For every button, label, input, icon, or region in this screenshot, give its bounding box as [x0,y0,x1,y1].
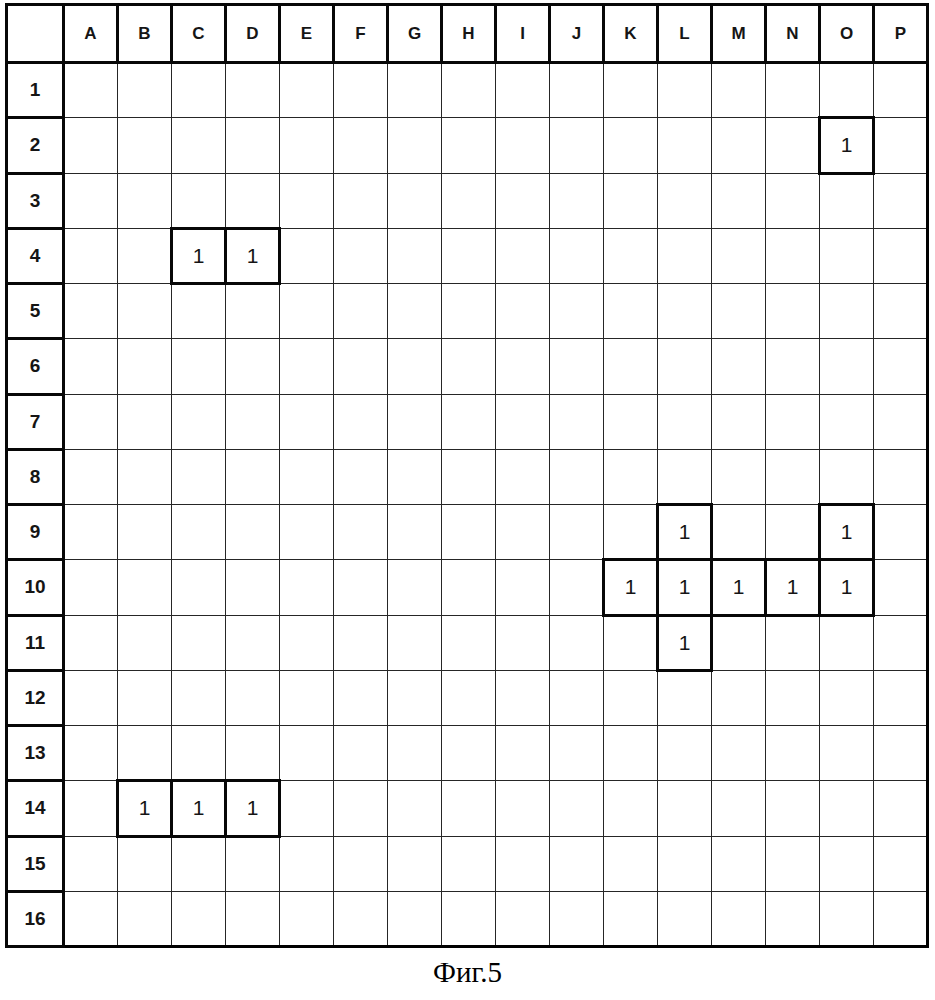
cell-L9: 1 [658,505,712,560]
cell-G10 [388,560,442,615]
col-header-C: C [172,5,226,63]
cell-I13 [496,726,550,781]
cell-D6 [226,339,280,394]
cell-J14 [550,781,604,836]
cell-K4 [604,228,658,283]
cell-A16 [64,891,118,946]
cell-P13 [874,726,928,781]
cell-C14: 1 [172,781,226,836]
cell-L1 [658,63,712,118]
cell-O4 [820,228,874,283]
cell-N12 [766,670,820,725]
cell-I10 [496,560,550,615]
cell-P6 [874,339,928,394]
cell-G7 [388,394,442,449]
cell-M8 [712,449,766,504]
cell-E14 [280,781,334,836]
cell-P16 [874,891,928,946]
col-header-A: A [64,5,118,63]
cell-D4: 1 [226,228,280,283]
cell-G6 [388,339,442,394]
cell-A11 [64,615,118,670]
row-header-3: 3 [7,173,64,228]
cell-H4 [442,228,496,283]
cell-C3 [172,173,226,228]
cell-D7 [226,394,280,449]
cell-N9 [766,505,820,560]
cell-B7 [118,394,172,449]
cell-I8 [496,449,550,504]
cell-M4 [712,228,766,283]
cell-A14 [64,781,118,836]
cell-D15 [226,836,280,891]
cell-C2 [172,118,226,173]
cell-M6 [712,339,766,394]
cell-A12 [64,670,118,725]
cell-H11 [442,615,496,670]
cell-F6 [334,339,388,394]
cell-O5 [820,284,874,339]
cell-F4 [334,228,388,283]
cell-L6 [658,339,712,394]
cell-P2 [874,118,928,173]
cell-C10 [172,560,226,615]
cell-F8 [334,449,388,504]
cell-D5 [226,284,280,339]
cell-H14 [442,781,496,836]
cell-N3 [766,173,820,228]
cell-E3 [280,173,334,228]
cell-K12 [604,670,658,725]
cell-A2 [64,118,118,173]
cell-B5 [118,284,172,339]
cell-B8 [118,449,172,504]
cell-M15 [712,836,766,891]
cell-O16 [820,891,874,946]
cell-J10 [550,560,604,615]
cell-F9 [334,505,388,560]
cell-K11 [604,615,658,670]
cell-M13 [712,726,766,781]
cell-G15 [388,836,442,891]
cell-P10 [874,560,928,615]
cell-G14 [388,781,442,836]
cell-L5 [658,284,712,339]
cell-L10: 1 [658,560,712,615]
cell-M9 [712,505,766,560]
cell-K16 [604,891,658,946]
cell-C16 [172,891,226,946]
cell-C13 [172,726,226,781]
cell-K8 [604,449,658,504]
cell-K7 [604,394,658,449]
cell-O6 [820,339,874,394]
row-header-7: 7 [7,394,64,449]
cell-F3 [334,173,388,228]
cell-N2 [766,118,820,173]
cell-K3 [604,173,658,228]
row-header-6: 6 [7,339,64,394]
cell-L12 [658,670,712,725]
cell-E9 [280,505,334,560]
row-header-1: 1 [7,63,64,118]
cell-J15 [550,836,604,891]
cell-K5 [604,284,658,339]
cell-I15 [496,836,550,891]
cell-E1 [280,63,334,118]
cell-E8 [280,449,334,504]
cell-I6 [496,339,550,394]
cell-N10: 1 [766,560,820,615]
cell-J7 [550,394,604,449]
col-header-N: N [766,5,820,63]
cell-L4 [658,228,712,283]
cell-C12 [172,670,226,725]
cell-F11 [334,615,388,670]
figure-caption: Фиг.5 [0,956,935,989]
cell-J13 [550,726,604,781]
cell-F7 [334,394,388,449]
cell-P9 [874,505,928,560]
cell-L2 [658,118,712,173]
cell-C4: 1 [172,228,226,283]
cell-O10: 1 [820,560,874,615]
cell-F14 [334,781,388,836]
cell-B12 [118,670,172,725]
cell-L7 [658,394,712,449]
cell-K14 [604,781,658,836]
cell-D16 [226,891,280,946]
cell-D3 [226,173,280,228]
cell-I7 [496,394,550,449]
cell-P3 [874,173,928,228]
cell-I9 [496,505,550,560]
cell-A15 [64,836,118,891]
cell-C7 [172,394,226,449]
cell-F16 [334,891,388,946]
cell-O13 [820,726,874,781]
cell-K1 [604,63,658,118]
cell-D13 [226,726,280,781]
col-header-O: O [820,5,874,63]
cell-F13 [334,726,388,781]
cell-L8 [658,449,712,504]
cell-H13 [442,726,496,781]
cell-L14 [658,781,712,836]
cell-N1 [766,63,820,118]
cell-M7 [712,394,766,449]
cell-N7 [766,394,820,449]
cell-E6 [280,339,334,394]
col-header-E: E [280,5,334,63]
cell-A5 [64,284,118,339]
row-header-14: 14 [7,781,64,836]
cell-C8 [172,449,226,504]
cell-J5 [550,284,604,339]
cell-H2 [442,118,496,173]
cell-E12 [280,670,334,725]
cell-M5 [712,284,766,339]
cell-A9 [64,505,118,560]
cell-G2 [388,118,442,173]
col-header-M: M [712,5,766,63]
cell-K9 [604,505,658,560]
cell-D14: 1 [226,781,280,836]
cell-N8 [766,449,820,504]
cell-J12 [550,670,604,725]
cell-B3 [118,173,172,228]
cell-F15 [334,836,388,891]
cell-O2: 1 [820,118,874,173]
cell-H7 [442,394,496,449]
cell-L11: 1 [658,615,712,670]
cell-M10: 1 [712,560,766,615]
cell-E2 [280,118,334,173]
cell-C1 [172,63,226,118]
cell-C5 [172,284,226,339]
cell-H9 [442,505,496,560]
cell-L15 [658,836,712,891]
cell-M16 [712,891,766,946]
cell-I1 [496,63,550,118]
cell-N14 [766,781,820,836]
cell-I2 [496,118,550,173]
cell-I5 [496,284,550,339]
cell-E13 [280,726,334,781]
cell-B1 [118,63,172,118]
cell-O11 [820,615,874,670]
cell-O3 [820,173,874,228]
cell-M2 [712,118,766,173]
col-header-K: K [604,5,658,63]
cell-O8 [820,449,874,504]
col-header-D: D [226,5,280,63]
row-header-10: 10 [7,560,64,615]
cell-B9 [118,505,172,560]
cell-H1 [442,63,496,118]
cell-H15 [442,836,496,891]
row-header-5: 5 [7,284,64,339]
cell-P15 [874,836,928,891]
row-header-2: 2 [7,118,64,173]
cell-K13 [604,726,658,781]
cell-I12 [496,670,550,725]
cell-G11 [388,615,442,670]
cell-B14: 1 [118,781,172,836]
grid-board: ABCDEFGHIJKLMNOP121341156789111011111111… [5,3,929,948]
row-header-9: 9 [7,505,64,560]
cell-C9 [172,505,226,560]
cell-B4 [118,228,172,283]
cell-D12 [226,670,280,725]
cell-J9 [550,505,604,560]
cell-B2 [118,118,172,173]
cell-J3 [550,173,604,228]
cell-E11 [280,615,334,670]
cell-H6 [442,339,496,394]
cell-F5 [334,284,388,339]
cell-H16 [442,891,496,946]
row-header-8: 8 [7,449,64,504]
cell-A10 [64,560,118,615]
cell-D9 [226,505,280,560]
cell-G12 [388,670,442,725]
cell-B10 [118,560,172,615]
cell-M14 [712,781,766,836]
cell-G3 [388,173,442,228]
cell-L16 [658,891,712,946]
cell-B6 [118,339,172,394]
cell-G16 [388,891,442,946]
cell-D2 [226,118,280,173]
cell-E7 [280,394,334,449]
cell-P8 [874,449,928,504]
cell-M1 [712,63,766,118]
cell-M3 [712,173,766,228]
cell-A8 [64,449,118,504]
cell-P7 [874,394,928,449]
col-header-B: B [118,5,172,63]
cell-N15 [766,836,820,891]
cell-D1 [226,63,280,118]
col-header-G: G [388,5,442,63]
cell-M11 [712,615,766,670]
cell-A6 [64,339,118,394]
cell-J16 [550,891,604,946]
cell-C6 [172,339,226,394]
row-header-15: 15 [7,836,64,891]
cell-I11 [496,615,550,670]
cell-F12 [334,670,388,725]
cell-D11 [226,615,280,670]
cell-O14 [820,781,874,836]
cell-N4 [766,228,820,283]
cell-A3 [64,173,118,228]
cell-E4 [280,228,334,283]
cell-O7 [820,394,874,449]
cell-K15 [604,836,658,891]
cell-G1 [388,63,442,118]
cell-B15 [118,836,172,891]
cell-L13 [658,726,712,781]
cell-H5 [442,284,496,339]
cell-O1 [820,63,874,118]
cell-I3 [496,173,550,228]
cell-I14 [496,781,550,836]
cell-N11 [766,615,820,670]
cell-E16 [280,891,334,946]
cell-M12 [712,670,766,725]
cell-E15 [280,836,334,891]
corner-cell [7,5,64,63]
row-header-16: 16 [7,891,64,946]
cell-P12 [874,670,928,725]
cell-P4 [874,228,928,283]
cell-J11 [550,615,604,670]
col-header-I: I [496,5,550,63]
cell-B13 [118,726,172,781]
cell-P11 [874,615,928,670]
cell-N13 [766,726,820,781]
cell-A13 [64,726,118,781]
cell-J8 [550,449,604,504]
cell-F2 [334,118,388,173]
row-header-11: 11 [7,615,64,670]
cell-P14 [874,781,928,836]
cell-I4 [496,228,550,283]
cell-O15 [820,836,874,891]
cell-F10 [334,560,388,615]
cell-O9: 1 [820,505,874,560]
cell-J1 [550,63,604,118]
cell-G4 [388,228,442,283]
cell-H12 [442,670,496,725]
col-header-J: J [550,5,604,63]
cell-C15 [172,836,226,891]
cell-F1 [334,63,388,118]
cell-N5 [766,284,820,339]
cell-E5 [280,284,334,339]
col-header-L: L [658,5,712,63]
cell-B11 [118,615,172,670]
cell-G8 [388,449,442,504]
cell-H10 [442,560,496,615]
cell-E10 [280,560,334,615]
row-header-12: 12 [7,670,64,725]
cell-P1 [874,63,928,118]
cell-N6 [766,339,820,394]
cell-B16 [118,891,172,946]
cell-A7 [64,394,118,449]
row-header-4: 4 [7,228,64,283]
cell-P5 [874,284,928,339]
col-header-H: H [442,5,496,63]
cell-A1 [64,63,118,118]
cell-H8 [442,449,496,504]
cell-O12 [820,670,874,725]
cell-K2 [604,118,658,173]
cell-I16 [496,891,550,946]
cell-N16 [766,891,820,946]
cell-G9 [388,505,442,560]
cell-K10: 1 [604,560,658,615]
cell-C11 [172,615,226,670]
cell-J2 [550,118,604,173]
cell-A4 [64,228,118,283]
col-header-P: P [874,5,928,63]
col-header-F: F [334,5,388,63]
cell-H3 [442,173,496,228]
row-header-13: 13 [7,726,64,781]
cell-K6 [604,339,658,394]
cell-G13 [388,726,442,781]
cell-G5 [388,284,442,339]
cell-D8 [226,449,280,504]
cell-D10 [226,560,280,615]
cell-J6 [550,339,604,394]
cell-L3 [658,173,712,228]
cell-J4 [550,228,604,283]
